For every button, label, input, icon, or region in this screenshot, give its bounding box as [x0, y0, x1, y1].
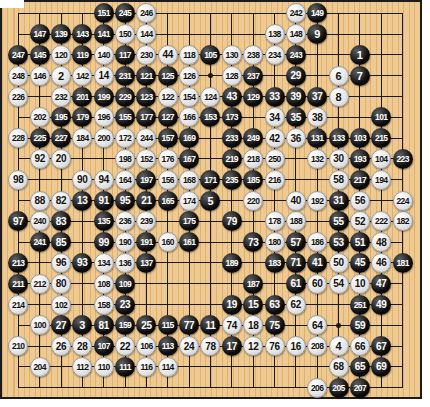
- stone-white-102: 102: [51, 295, 71, 315]
- stone-white-106: 106: [136, 336, 156, 356]
- stone-black-189: 189: [222, 253, 242, 273]
- corner-patch: [0, 0, 24, 8]
- stone-black-211: 211: [8, 274, 28, 294]
- stone-white-188: 188: [286, 211, 306, 231]
- stone-black-19: 19: [222, 295, 242, 315]
- stone-white-148: 148: [286, 24, 306, 44]
- stone-white-232: 232: [51, 87, 71, 107]
- stone-black-101: 101: [371, 107, 391, 127]
- stone-white-206: 206: [307, 378, 327, 398]
- stone-white-150: 150: [115, 24, 135, 44]
- stone-white-202: 202: [30, 107, 50, 127]
- stone-black-193: 193: [350, 149, 370, 169]
- stone-white-236: 236: [115, 211, 135, 231]
- stone-white-22: 22: [115, 336, 135, 356]
- stone-white-132: 132: [307, 149, 327, 169]
- stone-white-212: 212: [30, 274, 50, 294]
- stone-black-201: 201: [72, 87, 92, 107]
- stone-black-81: 81: [94, 315, 114, 335]
- stone-white-140: 140: [94, 45, 114, 65]
- stone-black-71: 71: [286, 253, 306, 273]
- stone-black-125: 125: [158, 66, 178, 86]
- stone-white-224: 224: [393, 191, 413, 211]
- stone-black-227: 227: [51, 128, 71, 148]
- stone-white-240: 240: [30, 211, 50, 231]
- stone-white-228: 228: [8, 128, 28, 148]
- stone-white-54: 54: [329, 274, 349, 294]
- stone-black-217: 217: [350, 170, 370, 190]
- stone-white-180: 180: [265, 232, 285, 252]
- stone-black-219: 219: [222, 149, 242, 169]
- stone-black-153: 153: [200, 107, 220, 127]
- grid-line-vertical: [381, 13, 382, 388]
- stone-white-216: 216: [265, 170, 285, 190]
- stone-black-65: 65: [350, 357, 370, 377]
- stone-white-114: 114: [158, 357, 178, 377]
- stone-white-176: 176: [158, 149, 178, 169]
- stone-black-213: 213: [8, 253, 28, 273]
- stone-black-85: 85: [51, 232, 71, 252]
- stone-white-208: 208: [307, 336, 327, 356]
- stone-white-50: 50: [329, 253, 349, 273]
- stone-black-131: 131: [307, 128, 327, 148]
- stone-black-79: 79: [222, 211, 242, 231]
- stone-black-43: 43: [222, 87, 242, 107]
- stone-black-229: 229: [115, 87, 135, 107]
- stone-black-251: 251: [350, 295, 370, 315]
- stone-white-36: 36: [286, 128, 306, 148]
- stone-white-90: 90: [72, 170, 92, 190]
- stone-black-235: 235: [222, 170, 242, 190]
- stone-black-133: 133: [329, 128, 349, 148]
- stone-white-194: 194: [371, 170, 391, 190]
- stone-black-109: 109: [115, 274, 135, 294]
- stone-black-231: 231: [115, 66, 135, 86]
- stone-black-17: 17: [222, 336, 242, 356]
- stone-black-225: 225: [30, 128, 50, 148]
- stone-black-187: 187: [243, 274, 263, 294]
- stone-black-25: 25: [136, 315, 156, 335]
- stone-white-246: 246: [136, 3, 156, 23]
- stone-black-45: 45: [350, 253, 370, 273]
- stone-white-18: 18: [243, 315, 263, 335]
- stone-black-21: 21: [136, 191, 156, 211]
- stone-black-105: 105: [200, 45, 220, 65]
- stone-white-230: 230: [136, 45, 156, 65]
- stone-black-143: 143: [72, 24, 92, 44]
- stone-black-135: 135: [94, 211, 114, 231]
- stone-white-182: 182: [393, 211, 413, 231]
- stone-white-10: 10: [350, 274, 370, 294]
- stone-white-108: 108: [94, 274, 114, 294]
- stone-white-126: 126: [179, 66, 199, 86]
- stone-black-13: 13: [72, 191, 92, 211]
- stone-black-103: 103: [350, 128, 370, 148]
- stone-black-107: 107: [94, 336, 114, 356]
- stone-white-94: 94: [94, 170, 114, 190]
- stone-white-42: 42: [265, 128, 285, 148]
- stone-white-76: 76: [265, 336, 285, 356]
- stone-black-157: 157: [158, 128, 178, 148]
- stone-white-122: 122: [158, 87, 178, 107]
- stone-black-35: 35: [286, 107, 306, 127]
- stone-black-121: 121: [136, 66, 156, 86]
- stone-black-39: 39: [286, 87, 306, 107]
- stone-black-41: 41: [307, 253, 327, 273]
- stone-black-249: 249: [243, 128, 263, 148]
- stone-black-97: 97: [8, 211, 28, 231]
- stone-black-191: 191: [136, 232, 156, 252]
- stone-white-178: 178: [265, 211, 285, 231]
- stone-black-167: 167: [179, 149, 199, 169]
- stone-black-59: 59: [350, 315, 370, 335]
- stone-black-181: 181: [393, 253, 413, 273]
- stone-black-15: 15: [243, 295, 263, 315]
- stone-black-207: 207: [350, 378, 370, 398]
- stone-black-141: 141: [94, 24, 114, 44]
- stone-white-116: 116: [136, 357, 156, 377]
- stone-black-111: 111: [115, 357, 135, 377]
- stone-black-27: 27: [51, 315, 71, 335]
- stone-white-234: 234: [265, 45, 285, 65]
- stone-white-46: 46: [371, 253, 391, 273]
- stone-white-8: 8: [329, 87, 349, 107]
- star-point: [336, 323, 341, 328]
- stone-white-174: 174: [179, 191, 199, 211]
- stone-black-95: 95: [115, 191, 135, 211]
- stone-black-11: 11: [200, 315, 220, 335]
- stone-black-183: 183: [265, 253, 285, 273]
- stone-white-16: 16: [286, 336, 306, 356]
- stone-white-120: 120: [51, 45, 71, 65]
- stone-black-245: 245: [115, 3, 135, 23]
- stone-black-247: 247: [8, 45, 28, 65]
- stone-black-161: 161: [179, 232, 199, 252]
- stone-white-226: 226: [8, 87, 28, 107]
- stone-white-26: 26: [51, 336, 71, 356]
- stone-white-142: 142: [72, 66, 92, 86]
- stone-white-14: 14: [94, 66, 114, 86]
- stone-black-55: 55: [329, 211, 349, 231]
- stone-white-4: 4: [329, 336, 349, 356]
- stone-black-47: 47: [371, 274, 391, 294]
- go-board[interactable]: 1512452462421491471391431411501441381489…: [0, 0, 422, 399]
- stone-white-24: 24: [179, 336, 199, 356]
- stone-black-139: 139: [51, 24, 71, 44]
- stone-white-146: 146: [30, 66, 50, 86]
- stone-white-184: 184: [72, 128, 92, 148]
- stone-black-127: 127: [158, 107, 178, 127]
- stone-white-62: 62: [286, 295, 306, 315]
- stone-black-1: 1: [350, 45, 370, 65]
- stone-white-112: 112: [72, 357, 92, 377]
- stone-white-166: 166: [179, 107, 199, 127]
- stone-black-53: 53: [329, 232, 349, 252]
- stone-white-38: 38: [307, 107, 327, 127]
- stone-white-168: 168: [179, 170, 199, 190]
- stone-black-195: 195: [51, 107, 71, 127]
- stone-white-44: 44: [158, 45, 178, 65]
- stone-black-237: 237: [243, 66, 263, 86]
- stone-white-64: 64: [307, 315, 327, 335]
- stone-white-34: 34: [265, 107, 285, 127]
- stone-black-173: 173: [222, 107, 242, 127]
- stone-black-29: 29: [286, 66, 306, 86]
- stone-white-110: 110: [94, 357, 114, 377]
- stone-black-63: 63: [265, 295, 285, 315]
- stone-white-56: 56: [350, 191, 370, 211]
- stone-black-115: 115: [158, 315, 178, 335]
- stone-white-78: 78: [200, 336, 220, 356]
- stone-black-241: 241: [30, 232, 50, 252]
- stone-white-124: 124: [200, 87, 220, 107]
- stone-black-243: 243: [286, 45, 306, 65]
- stone-black-91: 91: [94, 191, 114, 211]
- stone-black-159: 159: [115, 315, 135, 335]
- stone-black-51: 51: [350, 232, 370, 252]
- stone-white-204: 204: [30, 357, 50, 377]
- stone-black-31: 31: [329, 191, 349, 211]
- stone-black-119: 119: [72, 45, 92, 65]
- stone-white-250: 250: [265, 149, 285, 169]
- stone-white-118: 118: [179, 45, 199, 65]
- stone-white-6: 6: [329, 66, 349, 86]
- stone-white-80: 80: [51, 274, 71, 294]
- stone-white-98: 98: [8, 170, 28, 190]
- stone-black-73: 73: [243, 232, 263, 252]
- stone-black-33: 33: [265, 87, 285, 107]
- stone-white-128: 128: [222, 66, 242, 86]
- stone-black-69: 69: [371, 357, 391, 377]
- stone-black-137: 137: [136, 253, 156, 273]
- stone-black-57: 57: [286, 232, 306, 252]
- stone-black-61: 61: [286, 274, 306, 294]
- stone-white-220: 220: [243, 191, 263, 211]
- stone-white-144: 144: [136, 24, 156, 44]
- stone-black-177: 177: [136, 107, 156, 127]
- stone-black-117: 117: [115, 45, 135, 65]
- grid-line-horizontal: [18, 304, 403, 305]
- stone-white-198: 198: [115, 149, 135, 169]
- stone-black-67: 67: [371, 336, 391, 356]
- stone-black-75: 75: [265, 315, 285, 335]
- stone-white-58: 58: [329, 170, 349, 190]
- stone-white-248: 248: [8, 66, 28, 86]
- stone-black-77: 77: [179, 315, 199, 335]
- stone-white-152: 152: [136, 149, 156, 169]
- stone-black-215: 215: [371, 128, 391, 148]
- stone-white-244: 244: [136, 128, 156, 148]
- stone-black-93: 93: [72, 253, 92, 273]
- stone-black-37: 37: [307, 87, 327, 107]
- stone-white-52: 52: [350, 211, 370, 231]
- stone-white-239: 239: [136, 211, 156, 231]
- stone-white-242: 242: [286, 3, 306, 23]
- stone-white-92: 92: [30, 149, 50, 169]
- stone-white-200: 200: [94, 128, 114, 148]
- stone-black-123: 123: [136, 87, 156, 107]
- stone-white-186: 186: [307, 232, 327, 252]
- stone-white-96: 96: [51, 253, 71, 273]
- stone-black-3: 3: [72, 315, 92, 335]
- stone-black-233: 233: [222, 128, 242, 148]
- stone-white-196: 196: [94, 107, 114, 127]
- stone-white-222: 222: [371, 211, 391, 231]
- star-point: [208, 73, 213, 78]
- stone-black-83: 83: [51, 211, 71, 231]
- stone-black-179: 179: [72, 107, 92, 127]
- stone-black-151: 151: [94, 3, 114, 23]
- stone-white-172: 172: [115, 128, 135, 148]
- stone-white-156: 156: [158, 170, 178, 190]
- stone-black-7: 7: [350, 66, 370, 86]
- stone-white-20: 20: [51, 149, 71, 169]
- stone-black-9: 9: [307, 24, 327, 44]
- stone-white-104: 104: [371, 149, 391, 169]
- stone-white-190: 190: [115, 232, 135, 252]
- stone-white-66: 66: [350, 336, 370, 356]
- stone-black-113: 113: [158, 336, 178, 356]
- stone-black-169: 169: [179, 128, 199, 148]
- stone-white-134: 134: [94, 253, 114, 273]
- stone-black-145: 145: [30, 45, 50, 65]
- stone-black-165: 165: [158, 191, 178, 211]
- stone-white-74: 74: [222, 315, 242, 335]
- stone-white-214: 214: [8, 295, 28, 315]
- stone-white-40: 40: [286, 191, 306, 211]
- stone-white-138: 138: [265, 24, 285, 44]
- stone-black-175: 175: [179, 211, 199, 231]
- stone-white-164: 164: [115, 170, 135, 190]
- stone-white-238: 238: [243, 45, 263, 65]
- stone-black-185: 185: [243, 170, 263, 190]
- stone-white-210: 210: [8, 336, 28, 356]
- stone-black-155: 155: [115, 107, 135, 127]
- stone-white-82: 82: [51, 191, 71, 211]
- stone-black-5: 5: [200, 191, 220, 211]
- stone-white-158: 158: [94, 295, 114, 315]
- stone-black-23: 23: [115, 295, 135, 315]
- stone-white-160: 160: [158, 232, 178, 252]
- stone-black-197: 197: [136, 170, 156, 190]
- stone-white-28: 28: [72, 336, 92, 356]
- stone-black-171: 171: [200, 170, 220, 190]
- stone-white-2: 2: [51, 66, 71, 86]
- stone-white-30: 30: [329, 149, 349, 169]
- stone-black-149: 149: [307, 3, 327, 23]
- go-kifu-screenshot: 1512452462421491471391431411501441381489…: [0, 0, 430, 407]
- stone-black-205: 205: [329, 378, 349, 398]
- stone-white-218: 218: [243, 149, 263, 169]
- stone-white-130: 130: [222, 45, 242, 65]
- stone-white-48: 48: [371, 232, 391, 252]
- stone-black-199: 199: [94, 87, 114, 107]
- stone-white-192: 192: [307, 191, 327, 211]
- stone-white-60: 60: [307, 274, 327, 294]
- stone-white-12: 12: [243, 336, 263, 356]
- stone-white-88: 88: [30, 191, 50, 211]
- stone-black-147: 147: [30, 24, 50, 44]
- stone-white-136: 136: [115, 253, 135, 273]
- stone-white-68: 68: [329, 357, 349, 377]
- stone-white-100: 100: [30, 315, 50, 335]
- stone-white-154: 154: [179, 87, 199, 107]
- stone-black-223: 223: [393, 149, 413, 169]
- stone-black-49: 49: [371, 295, 391, 315]
- stone-black-99: 99: [94, 232, 114, 252]
- stone-black-129: 129: [243, 87, 263, 107]
